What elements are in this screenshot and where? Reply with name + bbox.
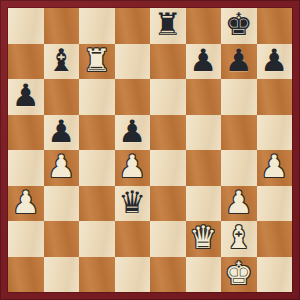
square-e5[interactable]: [150, 115, 186, 151]
piece-black-queen[interactable]: ♛: [118, 186, 146, 221]
piece-white-pawn[interactable]: ♟: [225, 186, 253, 221]
square-g2[interactable]: ♝: [221, 221, 257, 257]
square-f5[interactable]: [186, 115, 222, 151]
piece-white-pawn[interactable]: ♟: [118, 150, 146, 185]
square-g8[interactable]: ♚: [221, 8, 257, 44]
square-f6[interactable]: [186, 79, 222, 115]
square-b1[interactable]: [44, 257, 80, 293]
square-d7[interactable]: [115, 44, 151, 80]
square-d6[interactable]: [115, 79, 151, 115]
square-a4[interactable]: [8, 150, 44, 186]
piece-white-queen[interactable]: ♛: [189, 221, 217, 256]
square-e8[interactable]: ♜: [150, 8, 186, 44]
square-d2[interactable]: [115, 221, 151, 257]
square-f7[interactable]: ♟: [186, 44, 222, 80]
piece-black-rook[interactable]: ♜: [154, 8, 182, 43]
piece-black-pawn[interactable]: ♟: [189, 44, 217, 79]
square-d5[interactable]: ♟: [115, 115, 151, 151]
square-g3[interactable]: ♟: [221, 186, 257, 222]
square-c1[interactable]: [79, 257, 115, 293]
square-c2[interactable]: [79, 221, 115, 257]
square-a5[interactable]: [8, 115, 44, 151]
square-g6[interactable]: [221, 79, 257, 115]
square-e3[interactable]: [150, 186, 186, 222]
piece-white-pawn[interactable]: ♟: [260, 150, 288, 185]
piece-black-king[interactable]: ♚: [225, 8, 253, 43]
square-e6[interactable]: [150, 79, 186, 115]
square-c8[interactable]: [79, 8, 115, 44]
piece-black-pawn[interactable]: ♟: [12, 79, 40, 114]
square-d3[interactable]: ♛: [115, 186, 151, 222]
square-g7[interactable]: ♟: [221, 44, 257, 80]
square-b5[interactable]: ♟: [44, 115, 80, 151]
square-c5[interactable]: [79, 115, 115, 151]
square-f4[interactable]: [186, 150, 222, 186]
piece-black-pawn[interactable]: ♟: [47, 115, 75, 150]
square-h5[interactable]: [257, 115, 293, 151]
square-f2[interactable]: ♛: [186, 221, 222, 257]
square-a1[interactable]: [8, 257, 44, 293]
piece-white-pawn[interactable]: ♟: [12, 186, 40, 221]
board-frame: ♜♚♝♜♟♟♟♟♟♟♟♟♟♟♛♟♛♝♚: [0, 0, 300, 300]
square-c3[interactable]: [79, 186, 115, 222]
square-e7[interactable]: [150, 44, 186, 80]
square-d4[interactable]: ♟: [115, 150, 151, 186]
square-a2[interactable]: [8, 221, 44, 257]
square-a3[interactable]: ♟: [8, 186, 44, 222]
chess-board: ♜♚♝♜♟♟♟♟♟♟♟♟♟♟♛♟♛♝♚: [8, 8, 292, 292]
piece-white-pawn[interactable]: ♟: [47, 150, 75, 185]
square-g4[interactable]: [221, 150, 257, 186]
square-f1[interactable]: [186, 257, 222, 293]
square-h8[interactable]: [257, 8, 293, 44]
square-a7[interactable]: [8, 44, 44, 80]
square-f8[interactable]: [186, 8, 222, 44]
square-f3[interactable]: [186, 186, 222, 222]
square-a6[interactable]: ♟: [8, 79, 44, 115]
square-c7[interactable]: ♜: [79, 44, 115, 80]
piece-white-rook[interactable]: ♜: [83, 44, 111, 79]
square-h6[interactable]: [257, 79, 293, 115]
square-g5[interactable]: [221, 115, 257, 151]
square-h7[interactable]: ♟: [257, 44, 293, 80]
square-g1[interactable]: ♚: [221, 257, 257, 293]
piece-black-pawn[interactable]: ♟: [118, 115, 146, 150]
square-e4[interactable]: [150, 150, 186, 186]
square-e2[interactable]: [150, 221, 186, 257]
square-h4[interactable]: ♟: [257, 150, 293, 186]
square-h3[interactable]: [257, 186, 293, 222]
piece-black-bishop[interactable]: ♝: [47, 44, 75, 79]
piece-white-bishop[interactable]: ♝: [225, 221, 253, 256]
piece-black-pawn[interactable]: ♟: [225, 44, 253, 79]
square-d1[interactable]: [115, 257, 151, 293]
piece-black-pawn[interactable]: ♟: [260, 44, 288, 79]
square-b3[interactable]: [44, 186, 80, 222]
square-d8[interactable]: [115, 8, 151, 44]
square-c6[interactable]: [79, 79, 115, 115]
square-h1[interactable]: [257, 257, 293, 293]
square-c4[interactable]: [79, 150, 115, 186]
square-e1[interactable]: [150, 257, 186, 293]
square-a8[interactable]: [8, 8, 44, 44]
square-b2[interactable]: [44, 221, 80, 257]
piece-white-king[interactable]: ♚: [225, 257, 253, 292]
square-b6[interactable]: [44, 79, 80, 115]
square-b7[interactable]: ♝: [44, 44, 80, 80]
square-b4[interactable]: ♟: [44, 150, 80, 186]
square-b8[interactable]: [44, 8, 80, 44]
square-h2[interactable]: [257, 221, 293, 257]
